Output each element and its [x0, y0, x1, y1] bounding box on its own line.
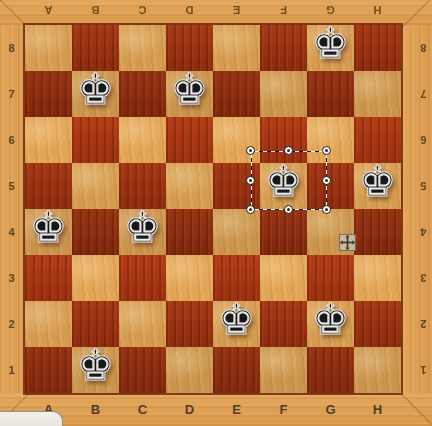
square-e4[interactable] [213, 209, 260, 255]
black-king[interactable]: ♚ [307, 21, 354, 67]
square-d7[interactable]: ♚ [166, 71, 213, 117]
square-h1[interactable] [354, 347, 401, 393]
square-a2[interactable] [25, 301, 72, 347]
black-king[interactable]: ♚ [119, 205, 166, 251]
rank-label-right-2: 2 [415, 301, 432, 347]
rank-label-left-3: 3 [3, 255, 20, 301]
square-e1[interactable] [213, 347, 260, 393]
square-a6[interactable] [25, 117, 72, 163]
square-g8[interactable]: ♚ [307, 25, 354, 71]
square-e7[interactable] [213, 71, 260, 117]
selection-handle[interactable] [284, 146, 293, 155]
square-c6[interactable] [119, 117, 166, 163]
rank-label-left-2: 2 [3, 301, 20, 347]
square-f7[interactable] [260, 71, 307, 117]
square-d1[interactable] [166, 347, 213, 393]
rank-label-right-3: 3 [415, 255, 432, 301]
square-f3[interactable] [260, 255, 307, 301]
square-e8[interactable] [213, 25, 260, 71]
black-king[interactable]: ♚ [354, 159, 401, 205]
file-label-bottom-c: C [119, 400, 166, 418]
square-g2[interactable]: ♚ [307, 301, 354, 347]
file-label-top-f: F [260, 2, 307, 18]
square-c7[interactable] [119, 71, 166, 117]
file-label-top-d: D [166, 2, 213, 18]
square-h3[interactable] [354, 255, 401, 301]
square-b1[interactable]: ♚ [72, 347, 119, 393]
square-g1[interactable] [307, 347, 354, 393]
black-king[interactable]: ♚ [213, 297, 260, 343]
selection-handle[interactable] [322, 205, 331, 214]
selection-handle[interactable] [246, 205, 255, 214]
rank-label-right-1: 1 [415, 347, 432, 393]
rank-label-left-7: 7 [3, 71, 20, 117]
overlapping-window-corner[interactable] [0, 411, 63, 426]
square-h8[interactable] [354, 25, 401, 71]
square-d5[interactable] [166, 163, 213, 209]
square-a4[interactable]: ♚ [25, 209, 72, 255]
file-label-top-c: C [119, 2, 166, 18]
square-f4[interactable] [260, 209, 307, 255]
square-d2[interactable] [166, 301, 213, 347]
square-b5[interactable] [72, 163, 119, 209]
rank-label-right-8: 8 [415, 25, 432, 71]
selection-handle[interactable] [246, 146, 255, 155]
square-a3[interactable] [25, 255, 72, 301]
rank-label-right-7: 7 [415, 71, 432, 117]
file-label-bottom-e: E [213, 400, 260, 418]
file-label-bottom-b: B [72, 400, 119, 418]
black-king[interactable]: ♚ [25, 205, 72, 251]
file-label-bottom-g: G [307, 400, 354, 418]
square-a1[interactable] [25, 347, 72, 393]
rank-label-left-5: 5 [3, 163, 20, 209]
rank-label-right-6: 6 [415, 117, 432, 163]
square-b3[interactable] [72, 255, 119, 301]
move-cursor-icon [339, 234, 356, 251]
square-f1[interactable] [260, 347, 307, 393]
black-king[interactable]: ♚ [307, 297, 354, 343]
square-c3[interactable] [119, 255, 166, 301]
selection-handle[interactable] [246, 176, 255, 185]
square-c4[interactable]: ♚ [119, 209, 166, 255]
selection-handle[interactable] [322, 176, 331, 185]
file-label-top-e: E [213, 2, 260, 18]
file-label-top-a: A [25, 2, 72, 18]
square-h7[interactable] [354, 71, 401, 117]
square-b7[interactable]: ♚ [72, 71, 119, 117]
square-b4[interactable] [72, 209, 119, 255]
square-d6[interactable] [166, 117, 213, 163]
black-king[interactable]: ♚ [72, 67, 119, 113]
rank-label-left-4: 4 [3, 209, 20, 255]
rank-label-right-5: 5 [415, 163, 432, 209]
square-h5[interactable]: ♚ [354, 163, 401, 209]
black-king[interactable]: ♚ [72, 343, 119, 389]
chess-board: ♚♚♚♚♚♚♚♚♚♚ [25, 25, 401, 393]
square-a8[interactable] [25, 25, 72, 71]
square-g7[interactable] [307, 71, 354, 117]
black-king[interactable]: ♚ [166, 67, 213, 113]
square-b6[interactable] [72, 117, 119, 163]
file-label-top-h: H [354, 2, 401, 18]
file-label-top-b: B [72, 2, 119, 18]
file-label-bottom-d: D [166, 400, 213, 418]
square-c1[interactable] [119, 347, 166, 393]
file-label-top-g: G [307, 2, 354, 18]
rank-label-right-4: 4 [415, 209, 432, 255]
selection-handle[interactable] [284, 205, 293, 214]
chessboard-photo: ♚♚♚♚♚♚♚♚♚♚ AA88BB77CC66DD55EE44FF33GG22H… [0, 0, 432, 426]
rank-label-left-8: 8 [3, 25, 20, 71]
square-a7[interactable] [25, 71, 72, 117]
square-h4[interactable] [354, 209, 401, 255]
rank-label-left-1: 1 [3, 347, 20, 393]
file-label-bottom-f: F [260, 400, 307, 418]
square-c8[interactable] [119, 25, 166, 71]
rank-label-left-6: 6 [3, 117, 20, 163]
square-f8[interactable] [260, 25, 307, 71]
square-e2[interactable]: ♚ [213, 301, 260, 347]
square-c2[interactable] [119, 301, 166, 347]
selection-box [251, 151, 327, 210]
file-label-bottom-h: H [354, 400, 401, 418]
selection-handle[interactable] [322, 146, 331, 155]
square-d4[interactable] [166, 209, 213, 255]
square-d3[interactable] [166, 255, 213, 301]
square-f2[interactable] [260, 301, 307, 347]
square-h2[interactable] [354, 301, 401, 347]
